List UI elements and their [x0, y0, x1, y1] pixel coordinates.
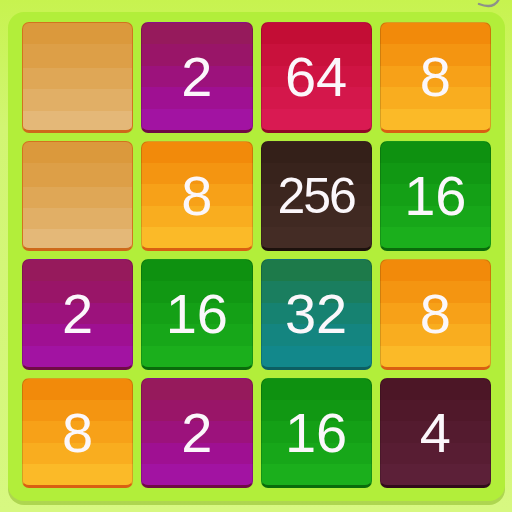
tile-r3c1: 2 [22, 259, 133, 370]
tile-r4c1: 8 [22, 378, 133, 489]
tile-r4c4: 4 [380, 378, 491, 489]
tile-r2c1 [22, 141, 133, 252]
tile-r2c3: 256 [261, 141, 372, 252]
tile-r4c2: 2 [141, 378, 252, 489]
page: { "game": "2048", "position": "0 2 64 8 … [0, 0, 512, 512]
tile-r3c2: 16 [141, 259, 252, 370]
arc-glyph-icon [473, 0, 505, 15]
tile-r2c2: 8 [141, 141, 252, 252]
tile-r1c1 [22, 22, 133, 133]
tile-r3c3: 32 [261, 259, 372, 370]
tile-r1c3: 64 [261, 22, 372, 133]
tile-r1c4: 8 [380, 22, 491, 133]
board-2048[interactable]: 2 64 8 8 256 16 2 16 32 8 8 2 16 4 [8, 12, 505, 501]
tile-r1c2: 2 [141, 22, 252, 133]
tile-r2c4: 16 [380, 141, 491, 252]
tile-r4c3: 16 [261, 378, 372, 489]
tile-r3c4: 8 [380, 259, 491, 370]
